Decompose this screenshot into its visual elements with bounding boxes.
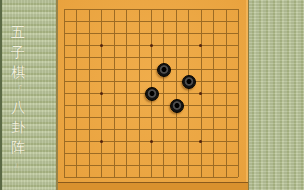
grid-line-vertical xyxy=(176,9,177,177)
title-char: 子 xyxy=(11,45,25,59)
right-fabric-panel xyxy=(248,0,304,190)
title-char: 『 xyxy=(14,85,23,94)
vertical-game-title: 五子棋『八卦阵』 xyxy=(7,25,29,169)
left-fabric-panel: 五子棋『八卦阵』 xyxy=(0,0,58,190)
grid-line-horizontal xyxy=(64,117,238,118)
grid-line-vertical xyxy=(213,9,214,177)
title-char: 五 xyxy=(11,25,25,39)
grid-line-horizontal xyxy=(64,177,238,178)
star-point xyxy=(199,44,202,47)
title-char: 』 xyxy=(14,160,23,169)
black-stone xyxy=(145,87,159,101)
grid-line-vertical xyxy=(238,9,239,177)
black-stone xyxy=(170,99,184,113)
grid-line-horizontal xyxy=(64,165,238,166)
star-point xyxy=(150,140,153,143)
grid-line-vertical xyxy=(226,9,227,177)
black-stone xyxy=(182,75,196,89)
star-point xyxy=(150,44,153,47)
grid-line-horizontal xyxy=(64,105,238,106)
star-point xyxy=(199,140,202,143)
grid-line-horizontal xyxy=(64,153,238,154)
grid-line-vertical xyxy=(188,9,189,177)
black-stone xyxy=(157,63,171,77)
title-char: 棋 xyxy=(11,65,25,79)
title-char: 阵 xyxy=(11,140,25,154)
grid-line-horizontal xyxy=(64,129,238,130)
title-char: 八 xyxy=(11,100,25,114)
grid-line-vertical xyxy=(163,9,164,177)
star-point xyxy=(100,140,103,143)
star-point xyxy=(199,92,202,95)
star-point xyxy=(100,44,103,47)
star-point xyxy=(100,92,103,95)
board-bottom-edge xyxy=(58,182,249,190)
title-char: 卦 xyxy=(11,120,25,134)
gomoku-board[interactable] xyxy=(58,0,249,190)
